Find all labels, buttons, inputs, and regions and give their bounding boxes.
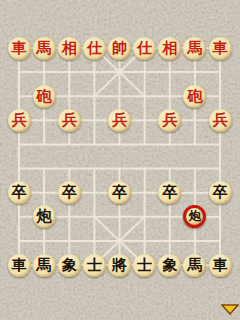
piece-red-general[interactable]: 帥 <box>108 37 131 60</box>
piece-red-elephant[interactable]: 相 <box>158 37 181 60</box>
piece-red-cannon[interactable]: 砲 <box>183 85 206 108</box>
piece-black-advisor[interactable]: 士 <box>133 254 156 277</box>
piece-black-soldier[interactable]: 卒 <box>158 181 181 204</box>
piece-black-horse[interactable]: 馬 <box>33 254 56 277</box>
piece-red-advisor[interactable]: 仕 <box>83 37 106 60</box>
piece-black-horse[interactable]: 馬 <box>183 254 206 277</box>
xiangqi-board[interactable]: 車馬相仕帥仕相馬車砲砲兵兵兵兵兵卒卒卒卒卒炮炮車馬象士將士象馬車 <box>0 0 240 320</box>
piece-black-elephant[interactable]: 象 <box>158 254 181 277</box>
piece-black-advisor[interactable]: 士 <box>83 254 106 277</box>
xiangqi-app-screen: 車馬相仕帥仕相馬車砲砲兵兵兵兵兵卒卒卒卒卒炮炮車馬象士將士象馬車 <box>0 0 240 320</box>
piece-black-chariot[interactable]: 車 <box>209 254 232 277</box>
piece-black-soldier[interactable]: 卒 <box>8 181 31 204</box>
piece-black-elephant[interactable]: 象 <box>58 254 81 277</box>
piece-red-cannon[interactable]: 砲 <box>33 85 56 108</box>
down-triangle-icon[interactable] <box>222 305 238 314</box>
piece-red-horse[interactable]: 馬 <box>33 37 56 60</box>
piece-black-cannon-selected[interactable]: 炮 <box>183 205 206 228</box>
piece-red-horse[interactable]: 馬 <box>183 37 206 60</box>
piece-red-soldier[interactable]: 兵 <box>58 109 81 132</box>
piece-red-advisor[interactable]: 仕 <box>133 37 156 60</box>
piece-black-cannon[interactable]: 炮 <box>33 205 56 228</box>
piece-red-soldier[interactable]: 兵 <box>8 109 31 132</box>
piece-red-elephant[interactable]: 相 <box>58 37 81 60</box>
piece-red-soldier[interactable]: 兵 <box>108 109 131 132</box>
piece-black-general[interactable]: 將 <box>108 254 131 277</box>
piece-red-soldier[interactable]: 兵 <box>209 109 232 132</box>
piece-red-chariot[interactable]: 車 <box>209 37 232 60</box>
piece-black-chariot[interactable]: 車 <box>8 254 31 277</box>
piece-red-soldier[interactable]: 兵 <box>158 109 181 132</box>
piece-black-soldier[interactable]: 卒 <box>108 181 131 204</box>
piece-black-soldier[interactable]: 卒 <box>58 181 81 204</box>
piece-red-chariot[interactable]: 車 <box>8 37 31 60</box>
piece-black-soldier[interactable]: 卒 <box>209 181 232 204</box>
scroll-down-indicator[interactable] <box>221 304 239 315</box>
